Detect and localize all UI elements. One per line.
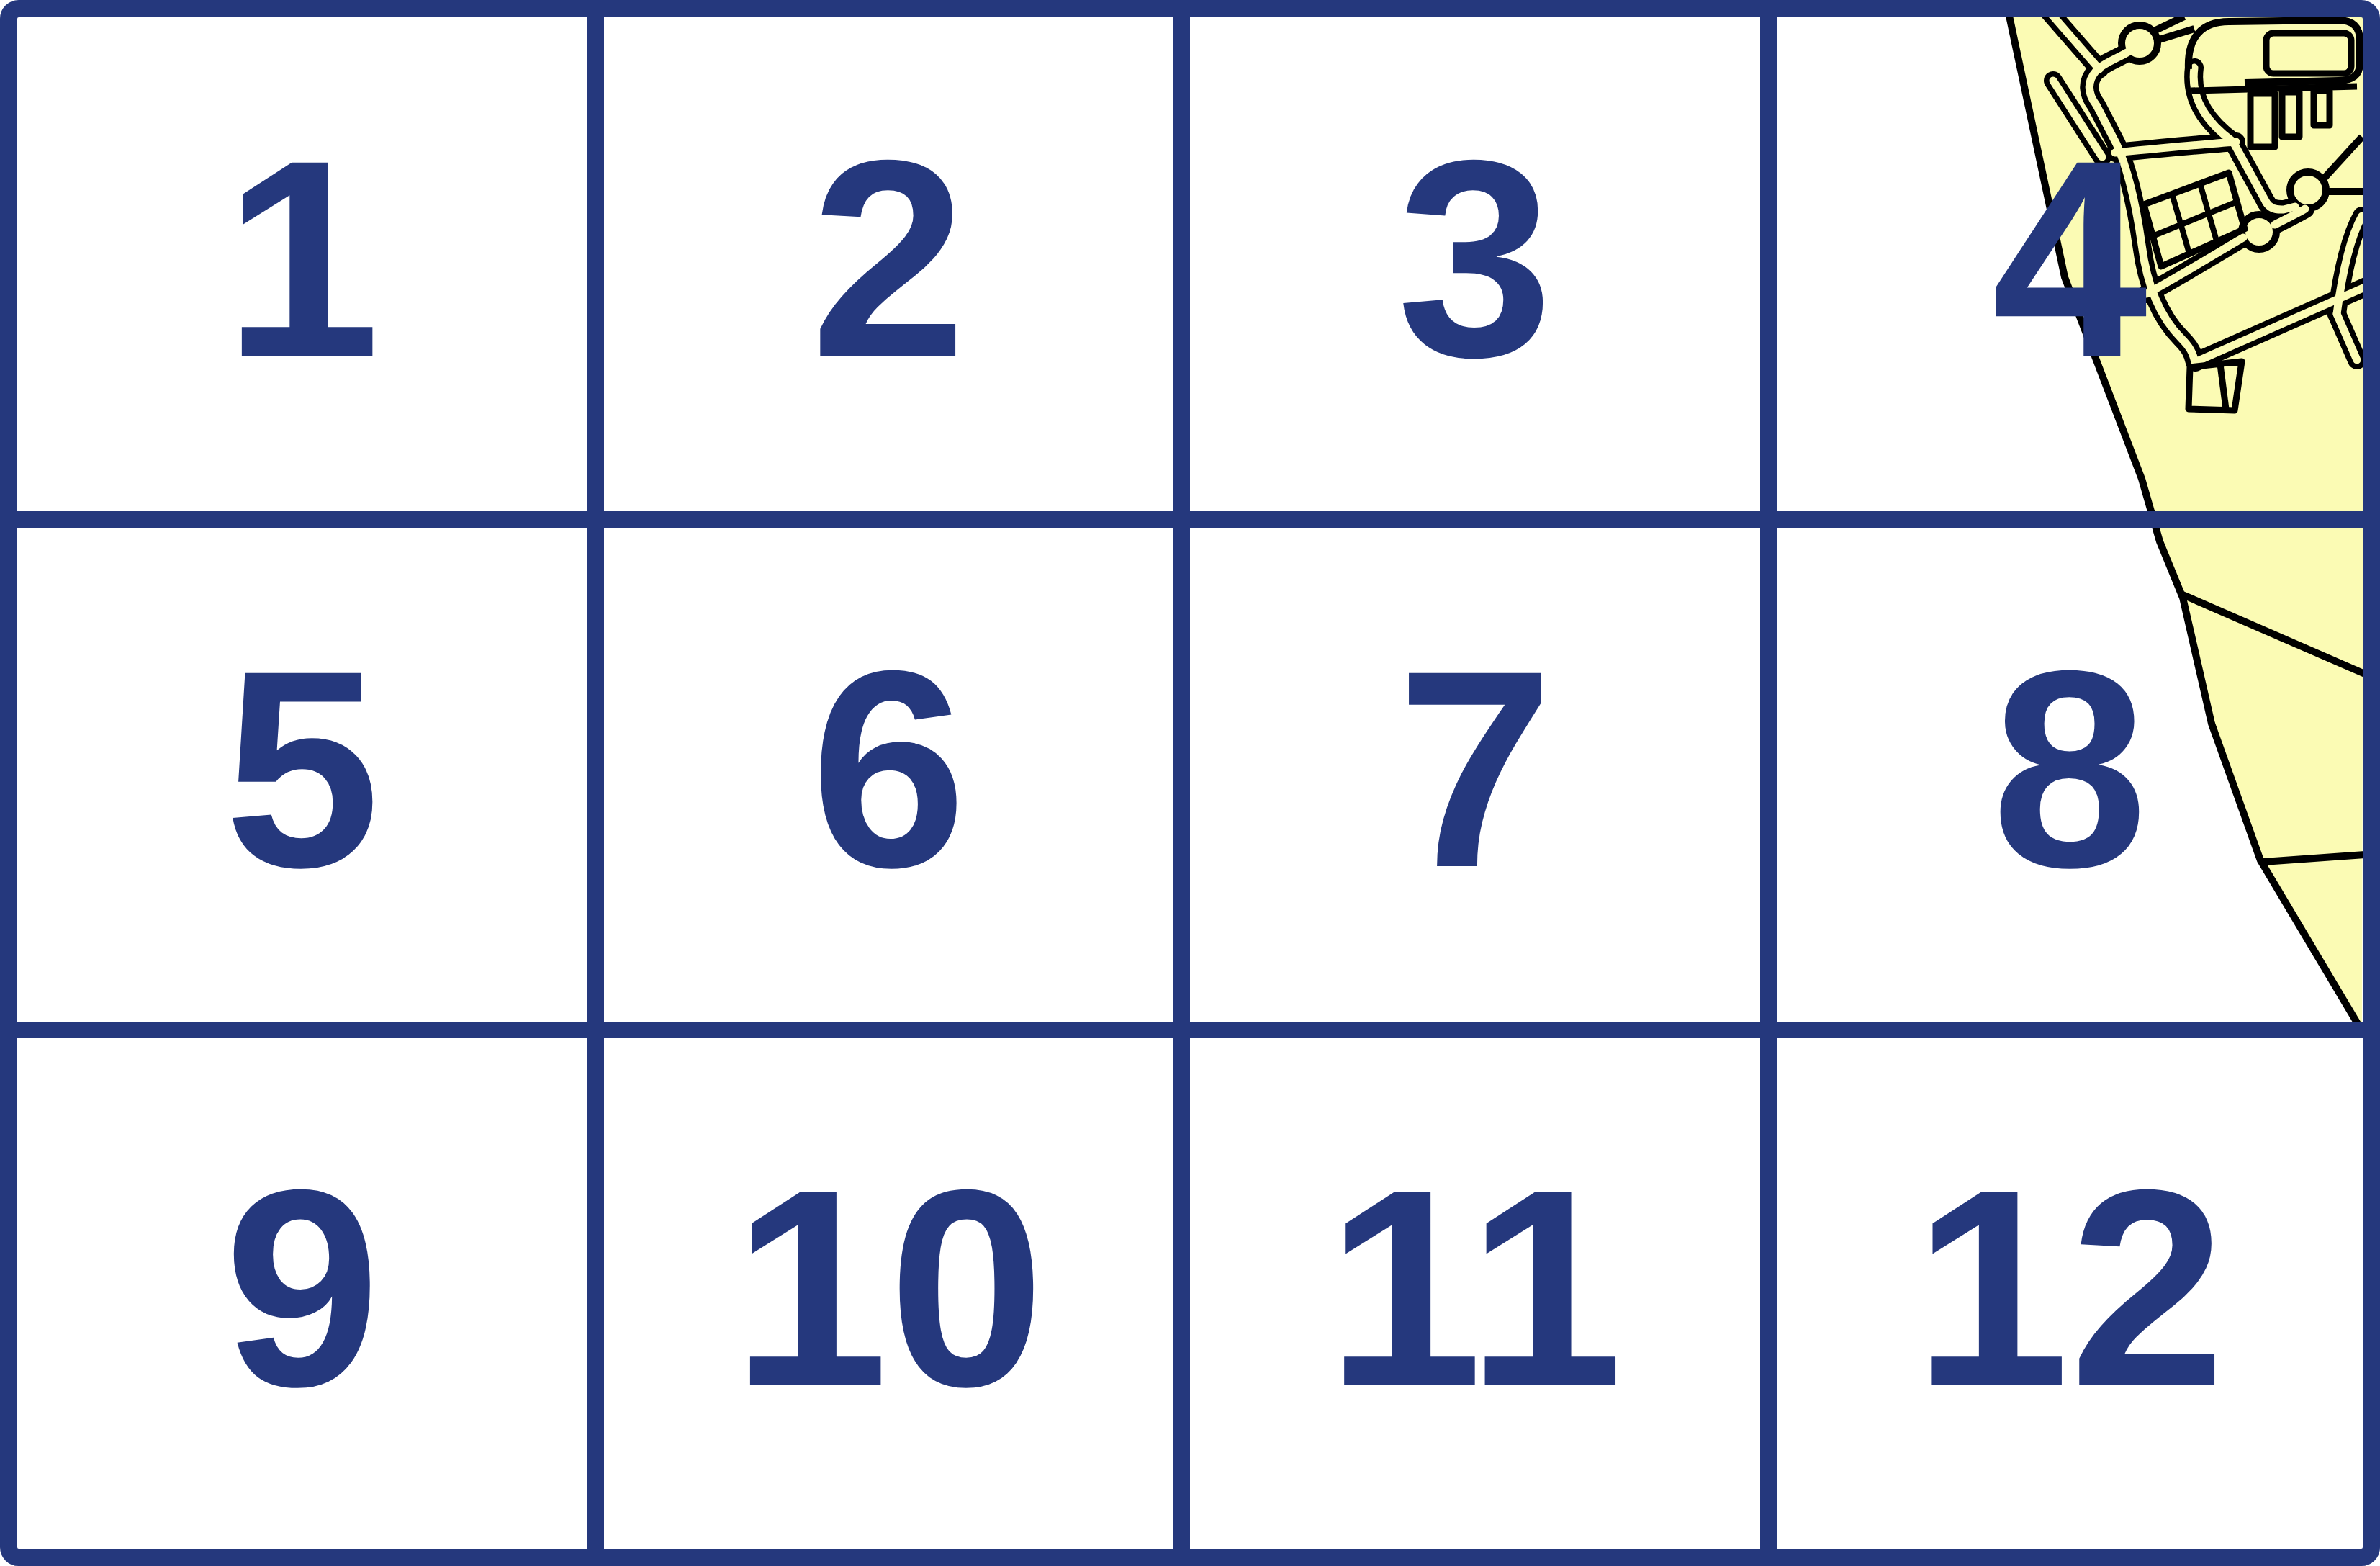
sheet-cell-11: 11 [1190, 1038, 1777, 1549]
sheet-cell-12: 12 [1777, 1038, 2363, 1549]
sheet-number-6: 6 [811, 629, 967, 909]
sheet-cell-1: 1 [17, 17, 604, 528]
sheet-cell-10: 10 [604, 1038, 1191, 1549]
sheet-number-5: 5 [224, 629, 380, 909]
sheet-number-2: 2 [811, 118, 967, 399]
sheet-number-8: 8 [1991, 629, 2147, 909]
sheet-number-3: 3 [1397, 118, 1553, 399]
sheet-cell-4: 4 [1777, 17, 2363, 528]
sheet-grid: 1 2 3 4 5 6 7 8 9 10 11 12 [17, 17, 2363, 1549]
sheet-cell-9: 9 [17, 1038, 604, 1549]
sheet-cell-6: 6 [604, 528, 1191, 1038]
sheet-cell-8: 8 [1777, 528, 2363, 1038]
sheet-cell-5: 5 [17, 528, 604, 1038]
sheet-number-1: 1 [224, 118, 380, 399]
map-index-board: 1 2 3 4 5 6 7 8 9 10 11 12 [0, 0, 2380, 1566]
sheet-number-4: 4 [1991, 118, 2147, 399]
sheet-number-12: 12 [1914, 1148, 2226, 1428]
sheet-number-9: 9 [224, 1148, 380, 1428]
sheet-number-7: 7 [1397, 629, 1553, 909]
sheet-number-11: 11 [1327, 1148, 1623, 1428]
sheet-cell-7: 7 [1190, 528, 1777, 1038]
sheet-number-10: 10 [732, 1148, 1045, 1428]
sheet-cell-3: 3 [1190, 17, 1777, 528]
sheet-cell-2: 2 [604, 17, 1191, 528]
